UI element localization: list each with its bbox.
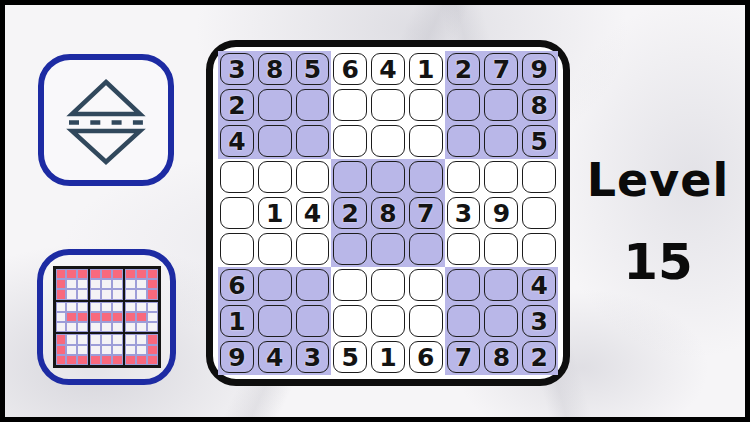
mini-cell (77, 334, 88, 344)
sudoku-cell-r5c7[interactable]: 3 (445, 195, 483, 231)
mini-cell (101, 322, 112, 332)
sudoku-cell-r4c5[interactable] (369, 159, 407, 195)
sudoku-cell-r4c3[interactable] (294, 159, 332, 195)
mini-cell (136, 334, 147, 344)
sudoku-cell-r1c6[interactable]: 1 (407, 51, 445, 87)
mini-cell (90, 312, 101, 322)
sudoku-cell-r5c8[interactable]: 9 (482, 195, 520, 231)
level-block: Level 15 (572, 153, 744, 291)
sudoku-cell-r1c2[interactable]: 8 (256, 51, 294, 87)
mini-cell (147, 345, 158, 355)
mini-cell (101, 279, 112, 289)
sudoku-cell-r1c1[interactable]: 3 (218, 51, 256, 87)
mini-cell (125, 334, 136, 344)
flip-vertical-button[interactable] (38, 54, 174, 186)
mini-cell (90, 289, 101, 299)
sudoku-cell-r8c6[interactable] (407, 303, 445, 339)
mini-cell (66, 302, 77, 312)
mini-box (89, 301, 124, 334)
sudoku-cell-r3c2[interactable] (256, 123, 294, 159)
sudoku-cell-r3c7[interactable] (445, 123, 483, 159)
sudoku-cell-r2c3[interactable] (294, 87, 332, 123)
sudoku-cell-r7c4[interactable] (331, 267, 369, 303)
mini-cell (56, 289, 67, 299)
sudoku-cell-r7c3[interactable] (294, 267, 332, 303)
sudoku-cell-r5c5[interactable]: 8 (369, 195, 407, 231)
sudoku-cell-r9c1[interactable]: 9 (218, 339, 256, 375)
mini-cell (56, 334, 67, 344)
mini-cell (125, 355, 136, 365)
puzzle-pattern-icon (53, 266, 161, 368)
mini-cell (101, 302, 112, 312)
sudoku-cell-r5c4[interactable]: 2 (331, 195, 369, 231)
mini-cell (101, 345, 112, 355)
mini-cell (112, 312, 123, 322)
mini-cell (136, 302, 147, 312)
mini-cell (112, 302, 123, 312)
sudoku-cell-r4c1[interactable] (218, 159, 256, 195)
sudoku-cell-r5c3[interactable]: 4 (294, 195, 332, 231)
mini-cell (66, 334, 77, 344)
mini-cell (77, 355, 88, 365)
puzzle-preview-button[interactable] (37, 249, 176, 385)
sudoku-cell-r8c3[interactable] (294, 303, 332, 339)
mini-cell (147, 279, 158, 289)
mini-cell (125, 345, 136, 355)
sudoku-cell-r8c9[interactable]: 3 (520, 303, 558, 339)
sudoku-cell-r1c9[interactable]: 9 (520, 51, 558, 87)
mini-cell (56, 345, 67, 355)
mini-cell (90, 322, 101, 332)
mini-cell (66, 322, 77, 332)
mini-cell (90, 345, 101, 355)
sudoku-cell-r5c2[interactable]: 1 (256, 195, 294, 231)
mini-cell (147, 312, 158, 322)
sudoku-cell-r8c1[interactable]: 1 (218, 303, 256, 339)
mini-cell (90, 269, 101, 279)
sudoku-cell-r3c1[interactable]: 4 (218, 123, 256, 159)
mini-cell (147, 302, 158, 312)
sudoku-cell-r7c6[interactable] (407, 267, 445, 303)
mini-box (89, 268, 124, 301)
sudoku-cell-r7c5[interactable] (369, 267, 407, 303)
sudoku-cell-r8c5[interactable] (369, 303, 407, 339)
mini-cell (136, 312, 147, 322)
mini-cell (56, 322, 67, 332)
sudoku-cell-r2c6[interactable] (407, 87, 445, 123)
sudoku-cell-r5c6[interactable]: 7 (407, 195, 445, 231)
sudoku-cell-r3c6[interactable] (407, 123, 445, 159)
sudoku-cell-r5c9[interactable] (520, 195, 558, 231)
sudoku-cell-r2c1[interactable]: 2 (218, 87, 256, 123)
sudoku-cell-r2c7[interactable] (445, 87, 483, 123)
sudoku-cell-r4c8[interactable] (482, 159, 520, 195)
mini-cell (125, 289, 136, 299)
mini-cell (101, 289, 112, 299)
sudoku-cell-r5c1[interactable] (218, 195, 256, 231)
sudoku-cell-r6c7[interactable] (445, 231, 483, 267)
mini-cell (90, 355, 101, 365)
mini-cell (66, 279, 77, 289)
sudoku-cell-r3c5[interactable] (369, 123, 407, 159)
sudoku-cell-r7c8[interactable] (482, 267, 520, 303)
sudoku-cell-r6c8[interactable] (482, 231, 520, 267)
mini-cell (112, 289, 123, 299)
mini-cell (56, 312, 67, 322)
mini-cell (125, 269, 136, 279)
sudoku-board: 385641279284514287396413943516782 (206, 40, 570, 386)
mini-cell (56, 302, 67, 312)
mini-cell (147, 334, 158, 344)
mini-cell (56, 355, 67, 365)
level-label: Level (572, 153, 744, 207)
mini-cell (66, 312, 77, 322)
mini-cell (77, 322, 88, 332)
sudoku-cell-r2c2[interactable] (256, 87, 294, 123)
mini-cell (77, 289, 88, 299)
mini-cell (77, 279, 88, 289)
sudoku-cell-r4c7[interactable] (445, 159, 483, 195)
mini-cell (147, 322, 158, 332)
sudoku-cell-r4c6[interactable] (407, 159, 445, 195)
sudoku-cell-r6c1[interactable] (218, 231, 256, 267)
mini-cell (101, 312, 112, 322)
mini-cell (101, 269, 112, 279)
sudoku-cell-r8c2[interactable] (256, 303, 294, 339)
mini-cell (112, 322, 123, 332)
mini-cell (147, 269, 158, 279)
mini-cell (90, 279, 101, 289)
mini-cell (136, 289, 147, 299)
sudoku-cell-r2c4[interactable] (331, 87, 369, 123)
sudoku-cell-r4c2[interactable] (256, 159, 294, 195)
mini-cell (125, 322, 136, 332)
mini-cell (112, 334, 123, 344)
sudoku-cell-r9c4[interactable]: 5 (331, 339, 369, 375)
sudoku-cell-r3c4[interactable] (331, 123, 369, 159)
mini-cell (112, 269, 123, 279)
sudoku-cell-r9c6[interactable]: 6 (407, 339, 445, 375)
mini-cell (112, 345, 123, 355)
mini-box (55, 268, 90, 301)
sudoku-cell-r7c7[interactable] (445, 267, 483, 303)
sudoku-cell-r7c1[interactable]: 6 (218, 267, 256, 303)
mini-box (89, 333, 124, 366)
mini-cell (66, 345, 77, 355)
mini-box (124, 268, 159, 301)
mini-cell (147, 355, 158, 365)
sudoku-cell-r4c4[interactable] (331, 159, 369, 195)
flip-vertical-icon (56, 70, 156, 170)
sudoku-cell-r4c9[interactable] (520, 159, 558, 195)
mini-cell (136, 345, 147, 355)
sudoku-cell-r6c4[interactable] (331, 231, 369, 267)
mini-cell (77, 312, 88, 322)
sudoku-cell-r8c7[interactable] (445, 303, 483, 339)
sudoku-cell-r9c7[interactable]: 7 (445, 339, 483, 375)
sudoku-cell-r2c8[interactable] (482, 87, 520, 123)
sudoku-cell-r6c2[interactable] (256, 231, 294, 267)
sudoku-cell-r1c4[interactable]: 6 (331, 51, 369, 87)
mini-cell (66, 289, 77, 299)
mini-cell (136, 322, 147, 332)
mini-cell (112, 279, 123, 289)
mini-cell (77, 269, 88, 279)
mini-cell (125, 302, 136, 312)
level-number: 15 (572, 233, 744, 291)
mini-cell (77, 302, 88, 312)
sudoku-cell-r9c8[interactable]: 8 (482, 339, 520, 375)
sudoku-cell-r6c6[interactable] (407, 231, 445, 267)
mini-cell (147, 289, 158, 299)
mini-cell (90, 302, 101, 312)
mini-cell (56, 279, 67, 289)
app-screen: 385641279284514287396413943516782 Level … (0, 0, 750, 422)
sudoku-cell-r6c9[interactable] (520, 231, 558, 267)
mini-cell (136, 355, 147, 365)
sudoku-cell-r3c3[interactable] (294, 123, 332, 159)
sudoku-cell-r1c8[interactable]: 7 (482, 51, 520, 87)
sudoku-cell-r2c5[interactable] (369, 87, 407, 123)
sudoku-cell-r9c9[interactable]: 2 (520, 339, 558, 375)
mini-cell (66, 269, 77, 279)
mini-cell (90, 334, 101, 344)
sudoku-cell-r9c2[interactable]: 4 (256, 339, 294, 375)
sudoku-cell-r6c5[interactable] (369, 231, 407, 267)
mini-cell (66, 355, 77, 365)
sudoku-cell-r8c8[interactable] (482, 303, 520, 339)
sudoku-cell-r9c3[interactable]: 3 (294, 339, 332, 375)
mini-cell (77, 345, 88, 355)
mini-cell (112, 355, 123, 365)
mini-box (124, 301, 159, 334)
mini-cell (101, 334, 112, 344)
sudoku-cell-r1c5[interactable]: 4 (369, 51, 407, 87)
mini-box (124, 333, 159, 366)
sudoku-cell-r3c8[interactable] (482, 123, 520, 159)
sudoku-cell-r1c7[interactable]: 2 (445, 51, 483, 87)
sudoku-cell-r7c9[interactable]: 4 (520, 267, 558, 303)
sudoku-cell-r3c9[interactable]: 5 (520, 123, 558, 159)
mini-cell (136, 269, 147, 279)
sudoku-cell-r2c9[interactable]: 8 (520, 87, 558, 123)
mini-cell (136, 279, 147, 289)
sudoku-cell-r7c2[interactable] (256, 267, 294, 303)
mini-cell (125, 312, 136, 322)
mini-box (55, 333, 90, 366)
mini-cell (125, 279, 136, 289)
sudoku-cell-r1c3[interactable]: 5 (294, 51, 332, 87)
mini-cell (101, 355, 112, 365)
mini-box (55, 301, 90, 334)
sudoku-grid: 385641279284514287396413943516782 (218, 51, 558, 375)
mini-cell (56, 269, 67, 279)
sudoku-cell-r9c5[interactable]: 1 (369, 339, 407, 375)
sudoku-cell-r8c4[interactable] (331, 303, 369, 339)
sudoku-cell-r6c3[interactable] (294, 231, 332, 267)
